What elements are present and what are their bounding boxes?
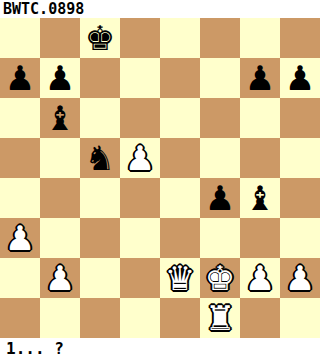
square-c8[interactable]: ♚ bbox=[80, 18, 120, 58]
square-a8[interactable] bbox=[0, 18, 40, 58]
square-d7[interactable] bbox=[120, 58, 160, 98]
piece-white-pawn: ♟ bbox=[240, 258, 280, 298]
square-h7[interactable]: ♟ bbox=[280, 58, 320, 98]
square-e7[interactable] bbox=[160, 58, 200, 98]
piece-black-king: ♚ bbox=[80, 18, 120, 58]
square-g8[interactable] bbox=[240, 18, 280, 58]
square-e5[interactable] bbox=[160, 138, 200, 178]
piece-white-pawn: ♟ bbox=[0, 218, 40, 258]
square-a5[interactable] bbox=[0, 138, 40, 178]
square-b5[interactable] bbox=[40, 138, 80, 178]
square-d1[interactable] bbox=[120, 298, 160, 338]
piece-white-rook: ♜ bbox=[200, 298, 240, 338]
piece-black-pawn: ♟ bbox=[40, 58, 80, 98]
piece-black-pawn: ♟ bbox=[200, 178, 240, 218]
move-prompt: 1... ? bbox=[0, 338, 320, 360]
square-c2[interactable] bbox=[80, 258, 120, 298]
square-d4[interactable] bbox=[120, 178, 160, 218]
square-f1[interactable]: ♜ bbox=[200, 298, 240, 338]
puzzle-id: BWTC.0898 bbox=[0, 0, 320, 18]
piece-black-bishop: ♝ bbox=[240, 178, 280, 218]
square-e3[interactable] bbox=[160, 218, 200, 258]
piece-black-pawn: ♟ bbox=[0, 58, 40, 98]
piece-black-pawn: ♟ bbox=[280, 58, 320, 98]
square-h8[interactable] bbox=[280, 18, 320, 58]
square-h6[interactable] bbox=[280, 98, 320, 138]
square-d6[interactable] bbox=[120, 98, 160, 138]
chess-board: ♚♟♟♟♟♝♞♟♟♝♟♟♛♚♟♟♜ bbox=[0, 18, 320, 338]
square-d8[interactable] bbox=[120, 18, 160, 58]
square-g7[interactable]: ♟ bbox=[240, 58, 280, 98]
square-h4[interactable] bbox=[280, 178, 320, 218]
chess-puzzle-diagram: BWTC.0898 ♚♟♟♟♟♝♞♟♟♝♟♟♛♚♟♟♜ 1... ? bbox=[0, 0, 320, 360]
square-a3[interactable]: ♟ bbox=[0, 218, 40, 258]
square-g3[interactable] bbox=[240, 218, 280, 258]
square-h3[interactable] bbox=[280, 218, 320, 258]
square-h5[interactable] bbox=[280, 138, 320, 178]
square-g2[interactable]: ♟ bbox=[240, 258, 280, 298]
square-c3[interactable] bbox=[80, 218, 120, 258]
square-e2[interactable]: ♛ bbox=[160, 258, 200, 298]
square-h2[interactable]: ♟ bbox=[280, 258, 320, 298]
square-h1[interactable] bbox=[280, 298, 320, 338]
square-b7[interactable]: ♟ bbox=[40, 58, 80, 98]
square-a2[interactable] bbox=[0, 258, 40, 298]
square-g4[interactable]: ♝ bbox=[240, 178, 280, 218]
square-g1[interactable] bbox=[240, 298, 280, 338]
square-b1[interactable] bbox=[40, 298, 80, 338]
piece-white-pawn: ♟ bbox=[40, 258, 80, 298]
piece-black-pawn: ♟ bbox=[240, 58, 280, 98]
square-g5[interactable] bbox=[240, 138, 280, 178]
square-e8[interactable] bbox=[160, 18, 200, 58]
piece-white-pawn: ♟ bbox=[120, 138, 160, 178]
piece-white-king: ♚ bbox=[200, 258, 240, 298]
square-c1[interactable] bbox=[80, 298, 120, 338]
square-e6[interactable] bbox=[160, 98, 200, 138]
square-f6[interactable] bbox=[200, 98, 240, 138]
square-b8[interactable] bbox=[40, 18, 80, 58]
square-f3[interactable] bbox=[200, 218, 240, 258]
square-a4[interactable] bbox=[0, 178, 40, 218]
square-b4[interactable] bbox=[40, 178, 80, 218]
square-c7[interactable] bbox=[80, 58, 120, 98]
piece-black-bishop: ♝ bbox=[40, 98, 80, 138]
square-d5[interactable]: ♟ bbox=[120, 138, 160, 178]
piece-white-queen: ♛ bbox=[160, 258, 200, 298]
square-d2[interactable] bbox=[120, 258, 160, 298]
square-e4[interactable] bbox=[160, 178, 200, 218]
square-f7[interactable] bbox=[200, 58, 240, 98]
piece-black-knight: ♞ bbox=[80, 138, 120, 178]
square-c5[interactable]: ♞ bbox=[80, 138, 120, 178]
square-f4[interactable]: ♟ bbox=[200, 178, 240, 218]
square-b3[interactable] bbox=[40, 218, 80, 258]
square-b6[interactable]: ♝ bbox=[40, 98, 80, 138]
square-d3[interactable] bbox=[120, 218, 160, 258]
square-g6[interactable] bbox=[240, 98, 280, 138]
square-a1[interactable] bbox=[0, 298, 40, 338]
square-f2[interactable]: ♚ bbox=[200, 258, 240, 298]
square-a6[interactable] bbox=[0, 98, 40, 138]
square-f8[interactable] bbox=[200, 18, 240, 58]
square-a7[interactable]: ♟ bbox=[0, 58, 40, 98]
square-b2[interactable]: ♟ bbox=[40, 258, 80, 298]
square-f5[interactable] bbox=[200, 138, 240, 178]
square-c4[interactable] bbox=[80, 178, 120, 218]
square-c6[interactable] bbox=[80, 98, 120, 138]
square-e1[interactable] bbox=[160, 298, 200, 338]
piece-white-pawn: ♟ bbox=[280, 258, 320, 298]
